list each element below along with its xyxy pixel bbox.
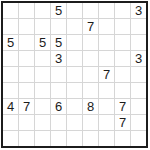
cell-r7c8-empty[interactable]	[131, 115, 146, 130]
cell-r2c7-empty[interactable]	[115, 35, 130, 50]
cell-r7c4-empty[interactable]	[67, 115, 82, 130]
cell-r1c0-empty[interactable]	[3, 19, 18, 34]
cell-r4c8-empty[interactable]	[131, 67, 146, 82]
cell-r1c5-given-digit[interactable]: 7	[83, 19, 98, 34]
cell-r1c3-empty[interactable]	[51, 19, 66, 34]
cell-r4c5-empty[interactable]	[83, 67, 98, 82]
cell-r3c6-empty[interactable]	[99, 51, 114, 66]
cell-r5c2-empty[interactable]	[35, 83, 50, 98]
cell-r3c7-empty[interactable]	[115, 51, 130, 66]
cell-r1c7-empty[interactable]	[115, 19, 130, 34]
cell-r8c7-empty[interactable]	[115, 131, 130, 146]
cell-r1c6-empty[interactable]	[99, 19, 114, 34]
cell-r3c3-given-digit[interactable]: 3	[51, 51, 66, 66]
cell-r8c6-empty[interactable]	[99, 131, 114, 146]
cell-r1c1-empty[interactable]	[19, 19, 34, 34]
cell-r2c0-given-digit[interactable]: 5	[3, 35, 18, 50]
cell-r1c4-empty[interactable]	[67, 19, 82, 34]
cell-r2c6-empty[interactable]	[99, 35, 114, 50]
cell-r7c2-empty[interactable]	[35, 115, 50, 130]
cell-r5c1-empty[interactable]	[19, 83, 34, 98]
cell-r2c5-empty[interactable]	[83, 35, 98, 50]
cell-r8c4-empty[interactable]	[67, 131, 82, 146]
cell-r7c1-empty[interactable]	[19, 115, 34, 130]
cell-r4c1-empty[interactable]	[19, 67, 34, 82]
cell-r4c7-empty[interactable]	[115, 67, 130, 82]
cell-r3c2-empty[interactable]	[35, 51, 50, 66]
cell-r0c3-given-digit[interactable]: 5	[51, 3, 66, 18]
cell-r0c7-empty[interactable]	[115, 3, 130, 18]
cell-r2c1-empty[interactable]	[19, 35, 34, 50]
cell-r6c0-given-digit[interactable]: 4	[3, 99, 18, 114]
cell-r5c8-empty[interactable]	[131, 83, 146, 98]
cell-r0c2-empty[interactable]	[35, 3, 50, 18]
cell-r6c1-given-digit[interactable]: 7	[19, 99, 34, 114]
cell-r3c0-empty[interactable]	[3, 51, 18, 66]
cell-r3c1-empty[interactable]	[19, 51, 34, 66]
cell-r0c1-empty[interactable]	[19, 3, 34, 18]
cell-r8c2-empty[interactable]	[35, 131, 50, 146]
cell-r6c4-empty[interactable]	[67, 99, 82, 114]
cell-r6c5-given-digit[interactable]: 8	[83, 99, 98, 114]
cell-r5c0-empty[interactable]	[3, 83, 18, 98]
cell-r6c3-given-digit[interactable]: 6	[51, 99, 66, 114]
cell-r6c2-empty[interactable]	[35, 99, 50, 114]
cell-r0c8-given-digit[interactable]: 3	[131, 3, 146, 18]
cell-r0c0-empty[interactable]	[3, 3, 18, 18]
cell-r7c5-empty[interactable]	[83, 115, 98, 130]
cell-r7c0-empty[interactable]	[3, 115, 18, 130]
cell-r8c0-empty[interactable]	[3, 131, 18, 146]
cell-r0c6-empty[interactable]	[99, 3, 114, 18]
cell-r0c4-empty[interactable]	[67, 3, 82, 18]
cell-r3c5-empty[interactable]	[83, 51, 98, 66]
cell-r8c3-empty[interactable]	[51, 131, 66, 146]
cell-r7c6-empty[interactable]	[99, 115, 114, 130]
cell-r2c8-empty[interactable]	[131, 35, 146, 50]
cell-r5c3-empty[interactable]	[51, 83, 66, 98]
cell-r4c3-empty[interactable]	[51, 67, 66, 82]
cell-r2c2-given-digit[interactable]: 5	[35, 35, 50, 50]
cell-r6c7-given-digit[interactable]: 7	[115, 99, 130, 114]
cell-r1c8-empty[interactable]	[131, 19, 146, 34]
cell-r5c5-empty[interactable]	[83, 83, 98, 98]
cell-r7c3-empty[interactable]	[51, 115, 66, 130]
cell-r6c6-empty[interactable]	[99, 99, 114, 114]
cell-r0c5-empty[interactable]	[83, 3, 98, 18]
cell-r1c2-empty[interactable]	[35, 19, 50, 34]
cell-r4c6-given-digit[interactable]: 7	[99, 67, 114, 82]
cell-r3c8-given-digit[interactable]: 3	[131, 51, 146, 66]
cell-r7c7-given-digit[interactable]: 7	[115, 115, 130, 130]
puzzle-board: 537555337476877	[1, 1, 148, 148]
cell-r4c4-empty[interactable]	[67, 67, 82, 82]
cell-r5c6-empty[interactable]	[99, 83, 114, 98]
cell-r2c4-empty[interactable]	[67, 35, 82, 50]
cell-r6c8-empty[interactable]	[131, 99, 146, 114]
cell-r3c4-empty[interactable]	[67, 51, 82, 66]
cell-r5c7-empty[interactable]	[115, 83, 130, 98]
cell-r4c2-empty[interactable]	[35, 67, 50, 82]
cell-r5c4-empty[interactable]	[67, 83, 82, 98]
cell-r4c0-empty[interactable]	[3, 67, 18, 82]
cell-r2c3-given-digit[interactable]: 5	[51, 35, 66, 50]
cell-r8c1-empty[interactable]	[19, 131, 34, 146]
cell-r8c8-empty[interactable]	[131, 131, 146, 146]
cell-r8c5-empty[interactable]	[83, 131, 98, 146]
